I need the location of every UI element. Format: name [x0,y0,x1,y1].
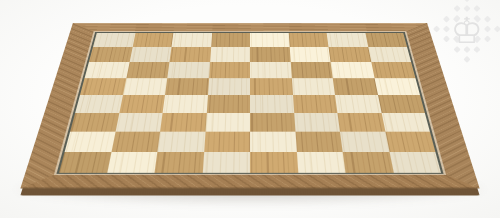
square-f1 [296,152,345,173]
square-d2 [204,132,250,152]
square-e8 [250,33,289,47]
square-f4 [293,95,338,113]
square-e3 [250,113,295,132]
square-f7 [289,47,330,62]
square-a7 [89,47,132,62]
square-a3 [70,113,119,132]
square-e6 [250,62,291,78]
shop-logo-watermark: ♔ [436,0,498,62]
square-h8 [365,33,407,47]
square-a4 [75,95,122,113]
square-f8 [288,33,328,47]
square-b4 [119,95,165,113]
square-f3 [294,113,340,132]
square-h5 [374,78,420,95]
square-b7 [129,47,171,62]
square-h1 [389,152,441,173]
square-d5 [208,78,251,95]
square-c2 [157,132,205,152]
square-h2 [385,132,435,152]
square-g2 [340,132,389,152]
square-e2 [250,132,296,152]
square-d3 [205,113,250,132]
square-c1 [155,152,204,173]
square-g8 [327,33,368,47]
square-a8 [93,33,135,47]
square-e7 [250,47,290,62]
square-e5 [250,78,293,95]
square-g4 [335,95,381,113]
square-c3 [160,113,206,132]
square-b1 [107,152,158,173]
square-a1 [59,152,111,173]
square-h4 [378,95,425,113]
square-h6 [371,62,416,78]
square-b6 [126,62,170,78]
square-a2 [65,132,115,152]
board-frame-bottom [20,173,479,189]
square-b8 [132,33,173,47]
chessboard [20,23,479,188]
product-photo: ♔ [0,0,500,218]
square-b2 [111,132,160,152]
square-a5 [80,78,126,95]
square-h3 [381,113,430,132]
square-b5 [123,78,168,95]
square-c5 [165,78,209,95]
square-d6 [209,62,250,78]
square-b3 [115,113,163,132]
playing-field [56,32,443,174]
square-d4 [206,95,250,113]
square-g6 [331,62,375,78]
square-g1 [343,152,394,173]
square-h7 [368,47,411,62]
square-c4 [163,95,208,113]
watermark-king-icon: ♔ [436,1,498,61]
square-g7 [329,47,371,62]
square-g5 [333,78,378,95]
square-d7 [210,47,250,62]
square-g3 [337,113,385,132]
square-d1 [202,152,250,173]
square-a6 [85,62,130,78]
square-c6 [167,62,209,78]
square-e1 [250,152,298,173]
square-d8 [211,33,250,47]
square-c8 [171,33,211,47]
square-f5 [291,78,335,95]
square-e4 [250,95,294,113]
square-f2 [295,132,343,152]
square-f6 [290,62,332,78]
square-c7 [169,47,210,62]
